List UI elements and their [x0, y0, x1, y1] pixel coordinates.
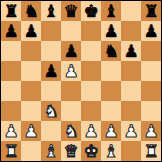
white-bishop[interactable]: ♝	[43, 141, 58, 161]
square-f7[interactable]: ♟	[101, 21, 121, 41]
square-g6[interactable]: ♟	[121, 41, 141, 61]
white-knight[interactable]: ♞	[43, 101, 58, 121]
square-e6[interactable]	[81, 41, 101, 61]
square-h5[interactable]	[141, 61, 161, 81]
square-a3[interactable]	[1, 101, 21, 121]
square-f1[interactable]: ♝	[101, 141, 121, 161]
square-b1[interactable]	[21, 141, 41, 161]
square-d7[interactable]	[61, 21, 81, 41]
white-queen[interactable]: ♛	[63, 141, 78, 161]
square-g2[interactable]: ♟	[121, 121, 141, 141]
square-d8[interactable]: ♛	[61, 1, 81, 21]
square-e2[interactable]: ♟	[81, 121, 101, 141]
black-pawn[interactable]: ♟	[63, 41, 78, 61]
square-a7[interactable]: ♟	[1, 21, 21, 41]
square-c8[interactable]: ♝	[41, 1, 61, 21]
square-b2[interactable]: ♟	[21, 121, 41, 141]
square-f8[interactable]: ♝	[101, 1, 121, 21]
black-pawn[interactable]: ♟	[23, 21, 38, 41]
chess-board-frame: ♜♞♝♛♚♝♜♟♟♟♟♟♞♟♟♟♞♟♟♞♟♟♟♟♜♝♛♚♝♜	[0, 0, 162, 162]
square-d3[interactable]	[61, 101, 81, 121]
square-e5[interactable]	[81, 61, 101, 81]
white-rook[interactable]: ♜	[143, 141, 158, 161]
white-rook[interactable]: ♜	[3, 141, 18, 161]
square-b6[interactable]	[21, 41, 41, 61]
square-g8[interactable]	[121, 1, 141, 21]
white-pawn[interactable]: ♟	[83, 121, 98, 141]
square-h8[interactable]: ♜	[141, 1, 161, 21]
square-f5[interactable]	[101, 61, 121, 81]
square-d5[interactable]: ♟	[61, 61, 81, 81]
square-b5[interactable]	[21, 61, 41, 81]
square-d1[interactable]: ♛	[61, 141, 81, 161]
square-c1[interactable]: ♝	[41, 141, 61, 161]
square-a6[interactable]	[1, 41, 21, 61]
white-pawn[interactable]: ♟	[63, 61, 78, 81]
square-a4[interactable]	[1, 81, 21, 101]
square-f4[interactable]	[101, 81, 121, 101]
square-f6[interactable]: ♞	[101, 41, 121, 61]
white-king[interactable]: ♚	[83, 141, 98, 161]
square-c7[interactable]	[41, 21, 61, 41]
white-pawn[interactable]: ♟	[103, 121, 118, 141]
square-e1[interactable]: ♚	[81, 141, 101, 161]
square-a5[interactable]	[1, 61, 21, 81]
square-c2[interactable]	[41, 121, 61, 141]
square-h6[interactable]	[141, 41, 161, 61]
black-rook[interactable]: ♜	[143, 1, 158, 21]
square-e3[interactable]	[81, 101, 101, 121]
square-g4[interactable]	[121, 81, 141, 101]
black-pawn[interactable]: ♟	[43, 61, 58, 81]
white-pawn[interactable]: ♟	[3, 121, 18, 141]
white-knight[interactable]: ♞	[63, 121, 78, 141]
square-c4[interactable]	[41, 81, 61, 101]
black-pawn[interactable]: ♟	[3, 21, 18, 41]
white-pawn[interactable]: ♟	[123, 121, 138, 141]
square-a2[interactable]: ♟	[1, 121, 21, 141]
square-g3[interactable]	[121, 101, 141, 121]
white-pawn[interactable]: ♟	[23, 121, 38, 141]
square-g7[interactable]	[121, 21, 141, 41]
chess-board: ♜♞♝♛♚♝♜♟♟♟♟♟♞♟♟♟♞♟♟♞♟♟♟♟♜♝♛♚♝♜	[1, 1, 161, 161]
square-d6[interactable]: ♟	[61, 41, 81, 61]
square-e7[interactable]	[81, 21, 101, 41]
square-a1[interactable]: ♜	[1, 141, 21, 161]
black-bishop[interactable]: ♝	[43, 1, 58, 21]
black-king[interactable]: ♚	[83, 1, 98, 21]
square-h1[interactable]: ♜	[141, 141, 161, 161]
square-c3[interactable]: ♞	[41, 101, 61, 121]
square-g5[interactable]	[121, 61, 141, 81]
black-rook[interactable]: ♜	[3, 1, 18, 21]
black-pawn[interactable]: ♟	[143, 21, 158, 41]
square-b7[interactable]: ♟	[21, 21, 41, 41]
black-knight[interactable]: ♞	[103, 41, 118, 61]
square-h4[interactable]	[141, 81, 161, 101]
square-g1[interactable]	[121, 141, 141, 161]
black-bishop[interactable]: ♝	[103, 1, 118, 21]
square-c6[interactable]	[41, 41, 61, 61]
black-pawn[interactable]: ♟	[103, 21, 118, 41]
square-f3[interactable]	[101, 101, 121, 121]
black-knight[interactable]: ♞	[23, 1, 38, 21]
square-h2[interactable]: ♟	[141, 121, 161, 141]
white-pawn[interactable]: ♟	[143, 121, 158, 141]
square-e8[interactable]: ♚	[81, 1, 101, 21]
square-b3[interactable]	[21, 101, 41, 121]
black-queen[interactable]: ♛	[63, 1, 78, 21]
square-e4[interactable]	[81, 81, 101, 101]
square-f2[interactable]: ♟	[101, 121, 121, 141]
square-b8[interactable]: ♞	[21, 1, 41, 21]
square-h7[interactable]: ♟	[141, 21, 161, 41]
square-a8[interactable]: ♜	[1, 1, 21, 21]
square-h3[interactable]	[141, 101, 161, 121]
white-bishop[interactable]: ♝	[103, 141, 118, 161]
square-c5[interactable]: ♟	[41, 61, 61, 81]
black-pawn[interactable]: ♟	[123, 41, 138, 61]
square-d4[interactable]	[61, 81, 81, 101]
square-d2[interactable]: ♞	[61, 121, 81, 141]
square-b4[interactable]	[21, 81, 41, 101]
